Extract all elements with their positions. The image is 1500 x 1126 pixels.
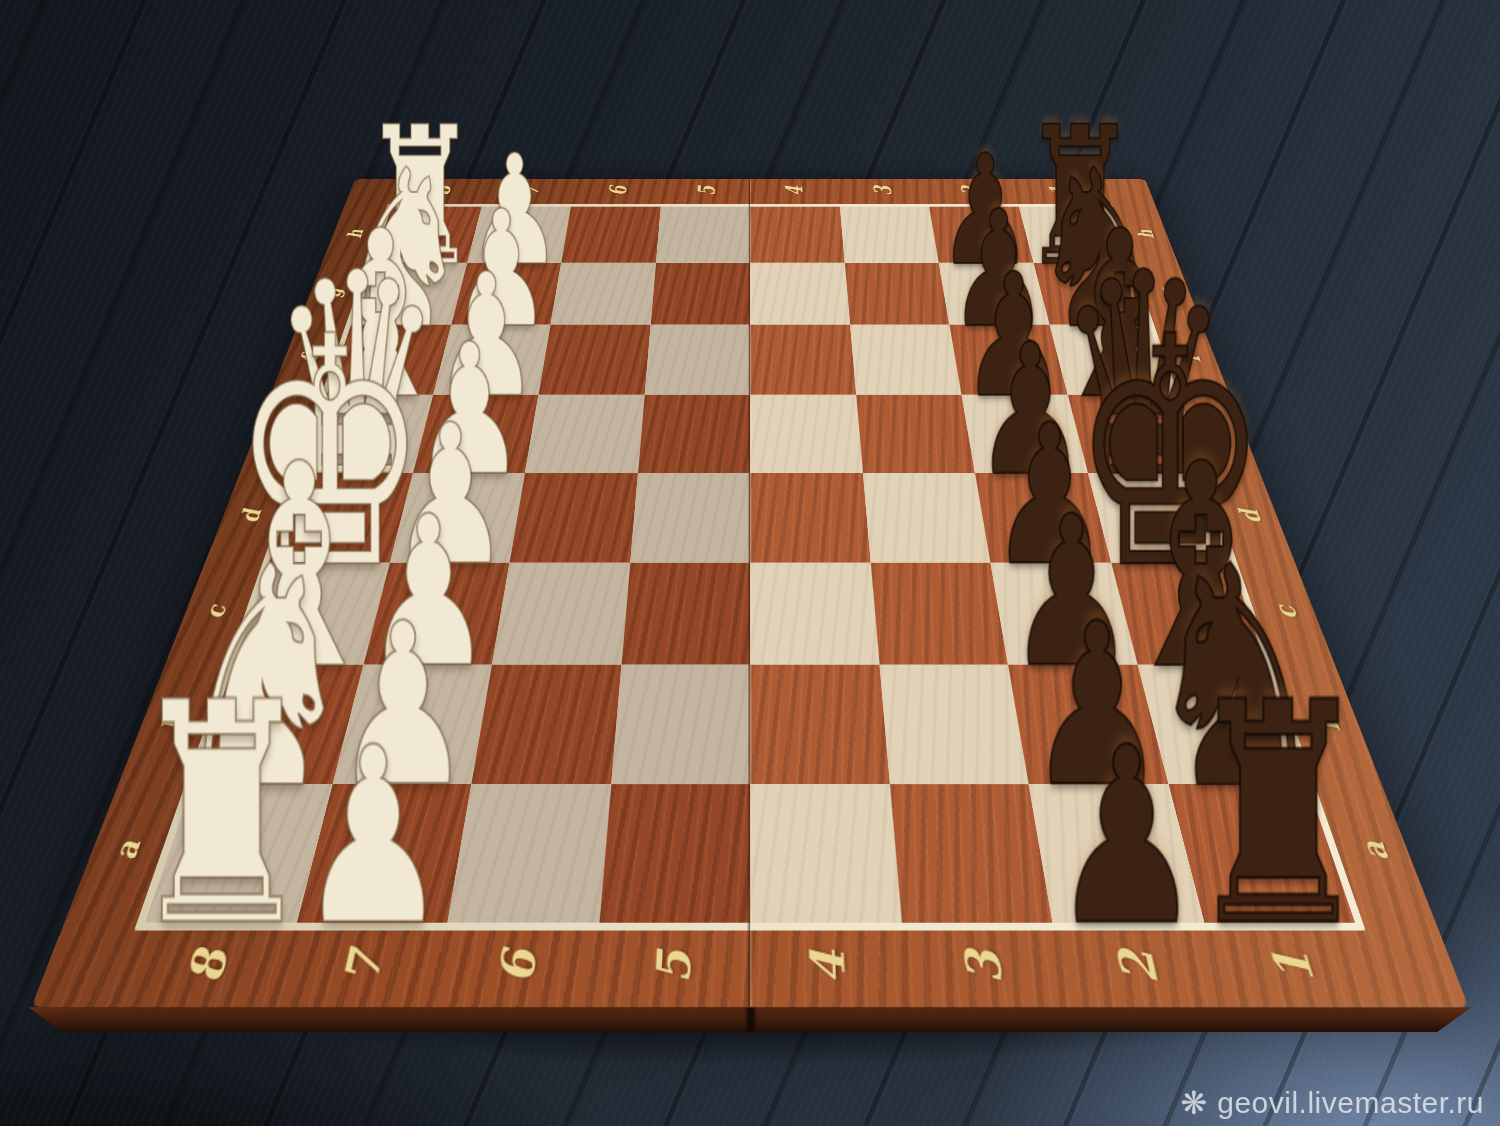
chess-board: ♜♟♟♜♞♟♟♞♝♟♟♝♛♟♟♛♚♟♟♚♝♟♟♝♞♟♟♞♜♟♟♜ 8765432… [31, 179, 1468, 1007]
square-a7[interactable]: ♟ [296, 783, 471, 922]
piece-black-pawn-a2[interactable]: ♟ [1051, 727, 1203, 946]
square-a2[interactable]: ♟ [1029, 783, 1204, 922]
square-b4[interactable] [750, 665, 889, 784]
square-b3[interactable] [879, 665, 1029, 784]
square-c6[interactable] [492, 562, 630, 664]
square-e4[interactable] [750, 394, 863, 473]
livemaster-snowflake-icon: ❋ [1180, 1087, 1207, 1119]
square-g6[interactable] [551, 263, 656, 325]
square-e6[interactable] [525, 394, 644, 473]
square-e3[interactable] [856, 394, 975, 473]
square-f3[interactable] [850, 325, 962, 395]
back-rank-label-3: 3 [863, 165, 903, 216]
square-a1[interactable]: ♜ [1168, 783, 1355, 922]
square-b5[interactable] [611, 665, 750, 784]
piece-white-pawn-a7[interactable]: ♟ [297, 727, 449, 946]
square-e5[interactable] [638, 394, 751, 473]
square-f4[interactable] [750, 325, 856, 395]
square-a3[interactable] [889, 783, 1052, 922]
square-f5[interactable] [644, 325, 750, 395]
square-f6[interactable] [539, 325, 651, 395]
back-rank-label-4: 4 [777, 165, 812, 216]
square-c5[interactable] [621, 562, 750, 664]
watermark: ❋ geovil.livemaster.ru [1180, 1086, 1484, 1120]
square-a4[interactable] [750, 783, 901, 922]
scene: ♜♟♟♜♞♟♟♞♝♟♟♝♛♟♟♛♚♟♟♚♝♟♟♝♞♟♟♞♜♟♟♜ 8765432… [0, 0, 1500, 1126]
square-a6[interactable] [447, 783, 610, 922]
watermark-text: geovil.livemaster.ru [1217, 1086, 1484, 1120]
square-c4[interactable] [750, 562, 879, 664]
square-c3[interactable] [870, 562, 1008, 664]
square-b6[interactable] [471, 665, 621, 784]
back-rank-label-5: 5 [688, 165, 723, 216]
square-a5[interactable] [599, 783, 750, 922]
back-rank-label-6: 6 [597, 165, 637, 216]
piece-black-rook-a1[interactable]: ♜ [1183, 679, 1373, 954]
square-g5[interactable] [650, 263, 750, 325]
right-file-label-h: h [1096, 223, 1196, 245]
square-g3[interactable] [844, 263, 949, 325]
left-file-label-h: h [304, 223, 404, 245]
piece-white-rook-a8[interactable]: ♜ [127, 679, 317, 954]
square-g4[interactable] [750, 263, 850, 325]
board-front-edge [28, 1007, 1471, 1032]
